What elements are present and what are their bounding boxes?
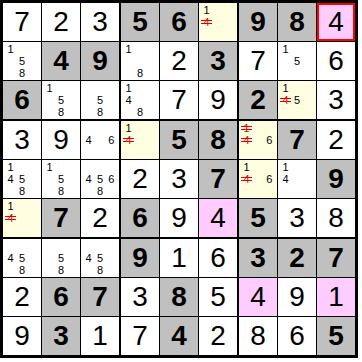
- given-digit: 9: [239, 3, 277, 41]
- solved-digit: 3: [3, 121, 41, 159]
- cell-r9c3[interactable]: 1: [81, 317, 121, 355]
- solved-digit: 4: [239, 278, 277, 316]
- cell-r8c9[interactable]: 1: [317, 278, 355, 317]
- cell-r4c2[interactable]: 9: [42, 121, 81, 160]
- cell-r2c7[interactable]: 7: [239, 42, 278, 81]
- pencil-marks: 58: [42, 239, 80, 277]
- candidate-5: 5: [94, 252, 105, 264]
- solved-digit: 6: [317, 42, 355, 80]
- cell-r6c1[interactable]: 14: [3, 199, 42, 239]
- cell-r4c3[interactable]: 46: [81, 121, 121, 160]
- solved-digit: 2: [121, 160, 159, 198]
- cell-r2c8[interactable]: 15: [278, 42, 317, 81]
- cell-r3c9[interactable]: 3: [317, 81, 355, 121]
- candidate-5: 5: [291, 55, 302, 67]
- solved-digit: 1: [317, 278, 355, 316]
- candidate-4: 4: [5, 173, 16, 185]
- solved-digit: 9: [199, 81, 237, 119]
- solved-digit: 3: [278, 199, 316, 237]
- cell-r9c9[interactable]: 5: [317, 317, 355, 355]
- cell-r4c7[interactable]: 146: [239, 121, 278, 160]
- candidate-4-eliminated: 4: [241, 173, 252, 185]
- candidate-1: 1: [280, 161, 291, 173]
- given-digit: 9: [317, 160, 355, 198]
- candidate-5: 5: [94, 94, 105, 106]
- pencil-marks: 14: [199, 3, 237, 41]
- pencil-marks: 148: [121, 81, 159, 119]
- cell-r6c4[interactable]: 6: [121, 199, 160, 239]
- candidate-1: 1: [5, 200, 16, 212]
- candidate-8: 8: [94, 106, 105, 118]
- cell-r1c4[interactable]: 5: [121, 3, 160, 42]
- pencil-marks: 158: [42, 81, 80, 119]
- candidate-4: 4: [280, 173, 291, 185]
- given-digit: 6: [42, 278, 80, 316]
- candidate-5: 5: [55, 173, 66, 185]
- cell-r6c6[interactable]: 4: [199, 199, 239, 239]
- cell-r8c5[interactable]: 8: [160, 278, 199, 317]
- candidate-5: 5: [16, 252, 27, 264]
- pencil-marks: 15: [278, 42, 316, 80]
- cell-r1c6[interactable]: 14: [199, 3, 239, 42]
- pencil-marks: 158: [3, 42, 41, 80]
- candidate-5: 5: [55, 94, 66, 106]
- candidate-4: 4: [83, 134, 94, 146]
- candidate-1: 1: [5, 161, 16, 173]
- candidate-6: 6: [264, 173, 275, 185]
- cell-r7c6[interactable]: 6: [199, 239, 239, 278]
- cell-r9c1[interactable]: 9: [3, 317, 42, 355]
- cell-r5c2[interactable]: 158: [42, 160, 81, 199]
- candidate-1: 1: [44, 82, 55, 94]
- given-digit: 8: [160, 278, 198, 316]
- given-digit: 6: [121, 199, 159, 237]
- given-digit: 7: [199, 160, 237, 198]
- solved-digit: 9: [278, 278, 316, 316]
- pencil-marks: 458: [81, 239, 119, 277]
- cell-r2c9[interactable]: 6: [317, 42, 355, 81]
- candidate-1: 1: [280, 82, 291, 94]
- solved-digit: 1: [160, 239, 198, 277]
- cell-r9c2[interactable]: 3: [42, 317, 81, 355]
- cell-r2c2[interactable]: 4: [42, 42, 81, 81]
- cell-r6c9[interactable]: 8: [317, 199, 355, 239]
- pencil-marks: 145: [278, 81, 316, 119]
- solved-digit: 7: [239, 42, 277, 80]
- pencil-marks: 14: [3, 199, 41, 237]
- cell-r7c3[interactable]: 458: [81, 239, 121, 278]
- solved-digit: 2: [317, 121, 355, 159]
- cell-r1c1[interactable]: 7: [3, 3, 42, 42]
- candidate-4: 4: [5, 252, 16, 264]
- candidate-5: 5: [94, 173, 105, 185]
- cell-r9c4[interactable]: 7: [121, 317, 160, 355]
- cell-r5c9[interactable]: 9: [317, 160, 355, 199]
- cell-r3c6[interactable]: 9: [199, 81, 239, 121]
- solved-digit: 9: [160, 199, 198, 237]
- given-digit: 6: [160, 3, 198, 41]
- solved-digit: 2: [160, 42, 198, 80]
- solved-digit: 7: [121, 317, 159, 355]
- candidate-1: 1: [123, 122, 134, 134]
- cell-r4c9[interactable]: 2: [317, 121, 355, 160]
- given-digit: 4: [42, 42, 80, 80]
- solved-digit: 8: [317, 199, 355, 237]
- cell-r7c9[interactable]: 7: [317, 239, 355, 278]
- solved-digit: 7: [160, 81, 198, 119]
- given-digit: 8: [199, 121, 237, 159]
- solved-digit: 3: [121, 278, 159, 316]
- cell-r7c8[interactable]: 2: [278, 239, 317, 278]
- given-digit: 9: [81, 42, 119, 80]
- given-digit: 3: [239, 239, 277, 277]
- cell-r8c3[interactable]: 7: [81, 278, 121, 317]
- candidate-8: 8: [16, 67, 27, 79]
- given-digit: 5: [121, 3, 159, 41]
- candidate-6: 6: [264, 134, 275, 146]
- pencil-marks: 158: [42, 160, 80, 198]
- cell-r8c1[interactable]: 2: [3, 278, 42, 317]
- cell-r7c7[interactable]: 3: [239, 239, 278, 278]
- cell-r9c5[interactable]: 4: [160, 317, 199, 355]
- cell-r2c5[interactable]: 2: [160, 42, 199, 81]
- solved-digit: 3: [160, 160, 198, 198]
- cell-r3c5[interactable]: 7: [160, 81, 199, 121]
- candidate-5: 5: [16, 55, 27, 67]
- cell-r1c2[interactable]: 2: [42, 3, 81, 42]
- cell-r1c8[interactable]: 8: [278, 3, 317, 42]
- cell-r7c1[interactable]: 458: [3, 239, 42, 278]
- solved-digit: 8: [239, 317, 277, 355]
- candidate-1: 1: [201, 4, 212, 16]
- candidate-8: 8: [134, 67, 145, 79]
- given-digit: 7: [278, 121, 316, 159]
- candidate-4: 4: [83, 173, 94, 185]
- candidate-8: 8: [94, 264, 105, 276]
- cell-r6c7[interactable]: 5: [239, 199, 278, 239]
- solved-digit: 4: [317, 3, 355, 41]
- pencil-marks: 14: [121, 121, 159, 159]
- cell-r4c6[interactable]: 8: [199, 121, 239, 160]
- candidate-6: 6: [106, 134, 117, 146]
- candidate-5: 5: [291, 94, 302, 106]
- solved-digit: 2: [81, 199, 119, 237]
- candidate-4-eliminated: 4: [5, 212, 16, 224]
- candidate-8: 8: [134, 106, 145, 118]
- cell-r8c4[interactable]: 3: [121, 278, 160, 317]
- cell-r1c3[interactable]: 3: [81, 3, 121, 42]
- cell-r3c3[interactable]: 58: [81, 81, 121, 121]
- cell-r1c5[interactable]: 6: [160, 3, 199, 42]
- pencil-marks: 14: [278, 160, 316, 198]
- given-digit: 5: [317, 317, 355, 355]
- candidate-4-eliminated: 4: [201, 16, 212, 28]
- cell-r1c9[interactable]: 4: [317, 3, 355, 42]
- cell-r5c1[interactable]: 1458: [3, 160, 42, 199]
- solved-digit: 2: [3, 278, 41, 316]
- solved-digit: 9: [3, 317, 41, 355]
- given-digit: 7: [317, 239, 355, 277]
- cell-r6c3[interactable]: 2: [81, 199, 121, 239]
- cell-r1c7[interactable]: 9: [239, 3, 278, 42]
- cell-r5c5[interactable]: 3: [160, 160, 199, 199]
- cell-r3c2[interactable]: 158: [42, 81, 81, 121]
- candidate-8: 8: [94, 185, 105, 197]
- cell-r2c1[interactable]: 158: [3, 42, 42, 81]
- candidate-4-eliminated: 4: [241, 134, 252, 146]
- solved-digit: 2: [42, 3, 80, 41]
- candidate-1: 1: [44, 161, 55, 173]
- candidate-4-eliminated: 4: [280, 94, 291, 106]
- given-digit: 5: [239, 199, 277, 237]
- cell-r4c1[interactable]: 3: [3, 121, 42, 160]
- solved-digit: 7: [3, 3, 41, 41]
- cell-r2c4[interactable]: 18: [121, 42, 160, 81]
- pencil-marks: 146: [239, 160, 277, 198]
- candidate-1: 1: [123, 82, 134, 94]
- cell-r9c6[interactable]: 2: [199, 317, 239, 355]
- cell-r8c7[interactable]: 4: [239, 278, 278, 317]
- solved-digit: 9: [42, 121, 80, 159]
- cell-r9c8[interactable]: 6: [278, 317, 317, 355]
- candidate-8: 8: [55, 106, 66, 118]
- cell-r5c4[interactable]: 2: [121, 160, 160, 199]
- solved-digit: 3: [317, 81, 355, 119]
- given-digit: 2: [239, 81, 277, 119]
- cell-r4c8[interactable]: 7: [278, 121, 317, 160]
- cell-r3c7[interactable]: 2: [239, 81, 278, 121]
- given-digit: 5: [160, 121, 198, 159]
- candidate-8: 8: [16, 185, 27, 197]
- given-digit: 6: [3, 81, 41, 119]
- cell-r2c6[interactable]: 3: [199, 42, 239, 81]
- candidate-5: 5: [16, 173, 27, 185]
- pencil-marks: 1458: [3, 160, 41, 198]
- given-digit: 2: [278, 239, 316, 277]
- pencil-marks: 4568: [81, 160, 119, 198]
- given-digit: 3: [199, 42, 237, 80]
- solved-digit: 5: [199, 278, 237, 316]
- cell-r7c5[interactable]: 1: [160, 239, 199, 278]
- candidate-4-eliminated: 4: [123, 134, 134, 146]
- cell-r4c5[interactable]: 5: [160, 121, 199, 160]
- cell-r4c4[interactable]: 14: [121, 121, 160, 160]
- pencil-marks: 458: [3, 239, 41, 277]
- candidate-1: 1: [123, 43, 134, 55]
- candidate-8: 8: [55, 264, 66, 276]
- cell-r7c2[interactable]: 58: [42, 239, 81, 278]
- solved-digit: 2: [199, 317, 237, 355]
- cell-r8c2[interactable]: 6: [42, 278, 81, 317]
- cell-r3c8[interactable]: 145: [278, 81, 317, 121]
- pencil-marks: 146: [239, 121, 277, 159]
- cell-r5c3[interactable]: 4568: [81, 160, 121, 199]
- candidate-4: 4: [123, 94, 134, 106]
- sudoku-board: 7235614984158491823715661585814879214533…: [0, 0, 358, 358]
- cell-r8c8[interactable]: 9: [278, 278, 317, 317]
- cell-r3c4[interactable]: 148: [121, 81, 160, 121]
- solved-digit: 3: [81, 3, 119, 41]
- solved-digit: 4: [199, 199, 237, 237]
- candidate-8: 8: [16, 264, 27, 276]
- given-digit: 8: [278, 3, 316, 41]
- cell-r7c4[interactable]: 9: [121, 239, 160, 278]
- pencil-marks: 58: [81, 81, 119, 119]
- candidate-1-eliminated: 1: [241, 122, 252, 134]
- candidate-1: 1: [280, 43, 291, 55]
- given-digit: 4: [160, 317, 198, 355]
- given-digit: 7: [81, 278, 119, 316]
- candidate-8: 8: [55, 185, 66, 197]
- cell-r2c3[interactable]: 9: [81, 42, 121, 81]
- solved-digit: 1: [81, 317, 119, 355]
- cell-r6c8[interactable]: 3: [278, 199, 317, 239]
- given-digit: 9: [121, 239, 159, 277]
- cell-r5c8[interactable]: 14: [278, 160, 317, 199]
- cell-r5c6[interactable]: 7: [199, 160, 239, 199]
- cell-r6c2[interactable]: 7: [42, 199, 81, 239]
- candidate-4: 4: [83, 252, 94, 264]
- cell-r3c1[interactable]: 6: [3, 81, 42, 121]
- given-digit: 3: [42, 317, 80, 355]
- candidate-1: 1: [241, 161, 252, 173]
- cell-r9c7[interactable]: 8: [239, 317, 278, 355]
- solved-digit: 6: [199, 239, 237, 277]
- candidate-1: 1: [5, 43, 16, 55]
- cell-r6c5[interactable]: 9: [160, 199, 199, 239]
- cell-r5c7[interactable]: 146: [239, 160, 278, 199]
- pencil-marks: 18: [121, 42, 159, 80]
- candidate-5: 5: [55, 252, 66, 264]
- solved-digit: 6: [278, 317, 316, 355]
- candidate-6: 6: [106, 173, 117, 185]
- given-digit: 7: [42, 199, 80, 237]
- pencil-marks: 46: [81, 121, 119, 159]
- cell-r8c6[interactable]: 5: [199, 278, 239, 317]
